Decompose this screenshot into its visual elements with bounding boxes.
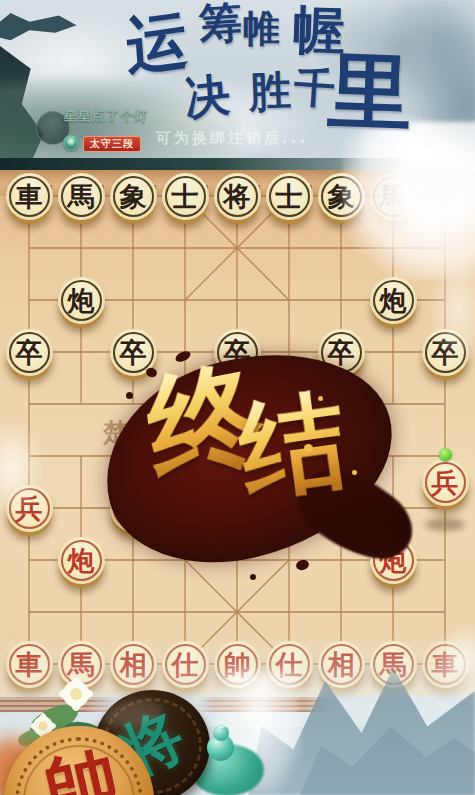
gold-splatter-dot [352, 470, 357, 475]
player-name: 星星点了个灯 [64, 107, 148, 125]
piece-black-士[interactable]: 士 [266, 173, 313, 220]
title-char: 运 [124, 8, 190, 79]
piece-black-象[interactable]: 象 [318, 173, 365, 220]
rank-badge: 太守三段 [83, 136, 141, 152]
piece-black-象[interactable]: 象 [110, 173, 157, 220]
ink-splatter-dot [250, 574, 256, 580]
title-char: 里 [327, 49, 414, 136]
announcement-text: 可为换绑注销后... [156, 129, 308, 148]
title-char: 决 [184, 71, 232, 121]
piece-red-仕[interactable]: 仕 [162, 641, 209, 688]
piece-black-馬[interactable]: 馬 [58, 173, 105, 220]
ink-splatter-dot [372, 428, 381, 436]
decorative-piece-char: 帥 [36, 731, 128, 795]
rank-emblem-icon [63, 135, 79, 151]
title-char: 筹 [198, 1, 244, 47]
piece-black-将[interactable]: 将 [214, 173, 261, 220]
title-char: 帷 [243, 10, 280, 47]
gold-splatter-dot [318, 396, 323, 401]
game-screen: 运 筹 帷 幄 决 胜 千 里 星星点了个灯 太守三段 可为换绑注销后... 楚… [0, 0, 475, 795]
piece-black-車[interactable]: 車 [422, 173, 469, 220]
piece-red-兵[interactable]: 兵 [422, 459, 469, 506]
piece-black-卒[interactable]: 卒 [422, 329, 469, 376]
ink-splatter-dot [126, 392, 133, 399]
piece-black-士[interactable]: 士 [162, 173, 209, 220]
move-indicator-dot[interactable] [439, 448, 452, 461]
gold-splatter-dot [304, 444, 313, 452]
piece-red-炮[interactable]: 炮 [58, 537, 105, 584]
piece-black-馬[interactable]: 馬 [370, 173, 417, 220]
piece-black-卒[interactable]: 卒 [6, 329, 53, 376]
piece-shadow [425, 518, 465, 531]
title-char: 胜 [248, 70, 291, 113]
piece-red-兵[interactable]: 兵 [6, 485, 53, 532]
stamp-char: 结 [233, 385, 353, 505]
piece-black-炮[interactable]: 炮 [370, 277, 417, 324]
piece-red-車[interactable]: 車 [422, 641, 469, 688]
piece-red-相[interactable]: 相 [318, 641, 365, 688]
piece-black-車[interactable]: 車 [6, 173, 53, 220]
piece-black-炮[interactable]: 炮 [58, 277, 105, 324]
